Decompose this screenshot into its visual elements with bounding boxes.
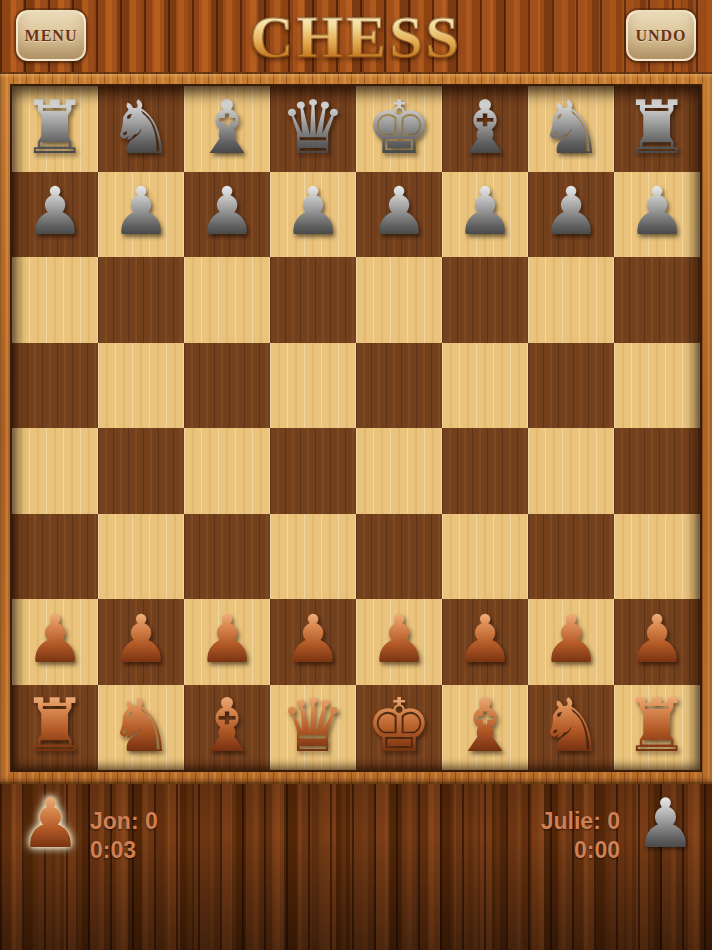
- piece-white-rook[interactable]: ♜: [624, 688, 690, 762]
- status-bar: ♟ Jon: 0 0:03 Julie: 0 0:00 ♟: [0, 784, 712, 950]
- piece-white-pawn[interactable]: ♟: [283, 607, 342, 673]
- piece-black-bishop[interactable]: ♝: [452, 90, 518, 164]
- piece-black-knight[interactable]: ♞: [538, 90, 604, 164]
- square-a5[interactable]: [12, 343, 98, 429]
- square-a1[interactable]: ♜: [12, 685, 98, 771]
- piece-black-rook[interactable]: ♜: [624, 90, 690, 164]
- black-pawn-icon: ♟: [635, 790, 696, 858]
- square-f8[interactable]: ♝: [442, 86, 528, 172]
- square-h1[interactable]: ♜: [614, 685, 700, 771]
- square-b8[interactable]: ♞: [98, 86, 184, 172]
- square-h6[interactable]: [614, 257, 700, 343]
- piece-black-bishop[interactable]: ♝: [194, 90, 260, 164]
- piece-white-pawn[interactable]: ♟: [627, 607, 686, 673]
- square-a8[interactable]: ♜: [12, 86, 98, 172]
- square-c6[interactable]: [184, 257, 270, 343]
- square-e8[interactable]: ♚: [356, 86, 442, 172]
- square-d8[interactable]: ♛: [270, 86, 356, 172]
- square-c8[interactable]: ♝: [184, 86, 270, 172]
- square-b3[interactable]: [98, 514, 184, 600]
- chess-board: ♜♞♝♛♚♝♞♜♟♟♟♟♟♟♟♟♟♟♟♟♟♟♟♟♜♞♝♛♚♝♞♜: [12, 86, 700, 770]
- square-a3[interactable]: [12, 514, 98, 600]
- piece-black-pawn[interactable]: ♟: [25, 179, 84, 245]
- piece-white-knight[interactable]: ♞: [108, 688, 174, 762]
- square-h5[interactable]: [614, 343, 700, 429]
- piece-black-pawn[interactable]: ♟: [627, 179, 686, 245]
- piece-white-queen[interactable]: ♛: [280, 688, 346, 762]
- square-a2[interactable]: ♟: [12, 599, 98, 685]
- square-h7[interactable]: ♟: [614, 172, 700, 258]
- square-h4[interactable]: [614, 428, 700, 514]
- piece-black-pawn[interactable]: ♟: [541, 179, 600, 245]
- square-d1[interactable]: ♛: [270, 685, 356, 771]
- piece-black-pawn[interactable]: ♟: [369, 179, 428, 245]
- undo-button[interactable]: UNDO: [626, 10, 696, 61]
- square-f6[interactable]: [442, 257, 528, 343]
- piece-black-pawn[interactable]: ♟: [197, 179, 256, 245]
- white-player-score: Jon: 0: [90, 808, 158, 834]
- square-g4[interactable]: [528, 428, 614, 514]
- square-e4[interactable]: [356, 428, 442, 514]
- white-player-info: Jon: 0 0:03: [90, 808, 158, 863]
- square-g6[interactable]: [528, 257, 614, 343]
- square-h3[interactable]: [614, 514, 700, 600]
- piece-white-pawn[interactable]: ♟: [25, 607, 84, 673]
- square-e5[interactable]: [356, 343, 442, 429]
- square-g8[interactable]: ♞: [528, 86, 614, 172]
- white-pawn-turn-icon: ♟: [20, 790, 81, 858]
- square-b4[interactable]: [98, 428, 184, 514]
- piece-white-pawn[interactable]: ♟: [369, 607, 428, 673]
- square-c7[interactable]: ♟: [184, 172, 270, 258]
- square-g2[interactable]: ♟: [528, 599, 614, 685]
- square-f3[interactable]: [442, 514, 528, 600]
- square-c4[interactable]: [184, 428, 270, 514]
- top-bar: MENU CHESS UNDO: [0, 0, 712, 72]
- app-title: CHESS: [250, 7, 462, 67]
- square-g1[interactable]: ♞: [528, 685, 614, 771]
- piece-black-king[interactable]: ♚: [366, 90, 432, 164]
- piece-white-king[interactable]: ♚: [366, 688, 432, 762]
- piece-white-bishop[interactable]: ♝: [194, 688, 260, 762]
- black-player-clock: 0:00: [574, 837, 620, 863]
- square-g3[interactable]: [528, 514, 614, 600]
- square-f7[interactable]: ♟: [442, 172, 528, 258]
- board-frame: ♜♞♝♛♚♝♞♜♟♟♟♟♟♟♟♟♟♟♟♟♟♟♟♟♜♞♝♛♚♝♞♜: [0, 72, 712, 784]
- square-b1[interactable]: ♞: [98, 685, 184, 771]
- piece-white-rook[interactable]: ♜: [22, 688, 88, 762]
- square-f2[interactable]: ♟: [442, 599, 528, 685]
- square-f4[interactable]: [442, 428, 528, 514]
- piece-black-pawn[interactable]: ♟: [455, 179, 514, 245]
- piece-black-pawn[interactable]: ♟: [283, 179, 342, 245]
- square-d5[interactable]: [270, 343, 356, 429]
- square-d6[interactable]: [270, 257, 356, 343]
- menu-button[interactable]: MENU: [16, 10, 86, 61]
- square-d3[interactable]: [270, 514, 356, 600]
- square-a4[interactable]: [12, 428, 98, 514]
- square-d2[interactable]: ♟: [270, 599, 356, 685]
- piece-black-queen[interactable]: ♛: [280, 90, 346, 164]
- piece-white-pawn[interactable]: ♟: [197, 607, 256, 673]
- piece-black-pawn[interactable]: ♟: [111, 179, 170, 245]
- piece-white-pawn[interactable]: ♟: [455, 607, 514, 673]
- piece-white-pawn[interactable]: ♟: [111, 607, 170, 673]
- square-h8[interactable]: ♜: [614, 86, 700, 172]
- black-player-info: Julie: 0 0:00: [541, 808, 620, 863]
- black-player-score: Julie: 0: [541, 808, 620, 834]
- square-f5[interactable]: [442, 343, 528, 429]
- square-e6[interactable]: [356, 257, 442, 343]
- piece-white-knight[interactable]: ♞: [538, 688, 604, 762]
- square-b5[interactable]: [98, 343, 184, 429]
- square-b2[interactable]: ♟: [98, 599, 184, 685]
- square-b7[interactable]: ♟: [98, 172, 184, 258]
- square-b6[interactable]: [98, 257, 184, 343]
- square-c3[interactable]: [184, 514, 270, 600]
- white-player-clock: 0:03: [90, 837, 136, 863]
- piece-black-knight[interactable]: ♞: [108, 90, 174, 164]
- square-g7[interactable]: ♟: [528, 172, 614, 258]
- piece-white-bishop[interactable]: ♝: [452, 688, 518, 762]
- square-d4[interactable]: [270, 428, 356, 514]
- square-h2[interactable]: ♟: [614, 599, 700, 685]
- square-d7[interactable]: ♟: [270, 172, 356, 258]
- piece-white-pawn[interactable]: ♟: [541, 607, 600, 673]
- square-a6[interactable]: [12, 257, 98, 343]
- square-e3[interactable]: [356, 514, 442, 600]
- square-c2[interactable]: ♟: [184, 599, 270, 685]
- square-e2[interactable]: ♟: [356, 599, 442, 685]
- square-a7[interactable]: ♟: [12, 172, 98, 258]
- square-f1[interactable]: ♝: [442, 685, 528, 771]
- square-c1[interactable]: ♝: [184, 685, 270, 771]
- square-e1[interactable]: ♚: [356, 685, 442, 771]
- piece-black-rook[interactable]: ♜: [22, 90, 88, 164]
- square-e7[interactable]: ♟: [356, 172, 442, 258]
- square-g5[interactable]: [528, 343, 614, 429]
- square-c5[interactable]: [184, 343, 270, 429]
